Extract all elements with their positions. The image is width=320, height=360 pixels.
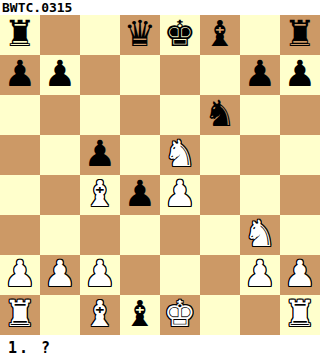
piece-black-pawn: ♟	[4, 56, 36, 92]
square-h7[interactable]: ♟	[280, 55, 320, 95]
square-d6[interactable]	[120, 95, 160, 135]
piece-white-rook: ♜	[284, 296, 316, 332]
piece-black-rook: ♜	[4, 16, 36, 52]
square-d2[interactable]	[120, 255, 160, 295]
square-a4[interactable]	[0, 175, 40, 215]
square-a5[interactable]	[0, 135, 40, 175]
square-h5[interactable]	[280, 135, 320, 175]
piece-white-pawn: ♟	[164, 176, 196, 212]
square-h1[interactable]: ♜	[280, 295, 320, 335]
square-h3[interactable]	[280, 215, 320, 255]
square-b4[interactable]	[40, 175, 80, 215]
square-a1[interactable]: ♜	[0, 295, 40, 335]
piece-black-king: ♚	[164, 16, 196, 52]
square-f4[interactable]	[200, 175, 240, 215]
problem-id: BWTC.0315	[0, 0, 320, 15]
square-f5[interactable]	[200, 135, 240, 175]
square-a6[interactable]	[0, 95, 40, 135]
piece-white-pawn: ♟	[44, 256, 76, 292]
square-f8[interactable]: ♝	[200, 15, 240, 55]
square-a2[interactable]: ♟	[0, 255, 40, 295]
square-h6[interactable]	[280, 95, 320, 135]
square-e5[interactable]: ♞	[160, 135, 200, 175]
square-f1[interactable]	[200, 295, 240, 335]
piece-white-bishop: ♝	[84, 296, 116, 332]
square-h8[interactable]: ♜	[280, 15, 320, 55]
square-b7[interactable]: ♟	[40, 55, 80, 95]
square-c6[interactable]	[80, 95, 120, 135]
square-c7[interactable]	[80, 55, 120, 95]
piece-black-bishop: ♝	[204, 16, 236, 52]
piece-black-queen: ♛	[124, 16, 156, 52]
square-b1[interactable]	[40, 295, 80, 335]
square-a3[interactable]	[0, 215, 40, 255]
square-f7[interactable]	[200, 55, 240, 95]
square-c8[interactable]	[80, 15, 120, 55]
square-g5[interactable]	[240, 135, 280, 175]
piece-white-pawn: ♟	[284, 256, 316, 292]
square-d8[interactable]: ♛	[120, 15, 160, 55]
square-e8[interactable]: ♚	[160, 15, 200, 55]
square-g7[interactable]: ♟	[240, 55, 280, 95]
square-b6[interactable]	[40, 95, 80, 135]
square-d3[interactable]	[120, 215, 160, 255]
square-f6[interactable]: ♞	[200, 95, 240, 135]
chess-problem-window: BWTC.0315 ♜♛♚♝♜♟♟♟♟♞♟♞♝♟♟♞♟♟♟♟♟♜♝♝♚♜ 1. …	[0, 0, 320, 360]
square-b5[interactable]	[40, 135, 80, 175]
square-e4[interactable]: ♟	[160, 175, 200, 215]
square-a7[interactable]: ♟	[0, 55, 40, 95]
square-d1[interactable]: ♝	[120, 295, 160, 335]
piece-black-pawn: ♟	[44, 56, 76, 92]
piece-white-pawn: ♟	[4, 256, 36, 292]
piece-black-rook: ♜	[284, 16, 316, 52]
piece-white-king: ♚	[164, 296, 196, 332]
square-e7[interactable]	[160, 55, 200, 95]
square-g4[interactable]	[240, 175, 280, 215]
piece-white-rook: ♜	[4, 296, 36, 332]
piece-black-pawn: ♟	[84, 136, 116, 172]
square-g1[interactable]	[240, 295, 280, 335]
square-c1[interactable]: ♝	[80, 295, 120, 335]
square-g2[interactable]: ♟	[240, 255, 280, 295]
square-h4[interactable]	[280, 175, 320, 215]
square-c5[interactable]: ♟	[80, 135, 120, 175]
piece-white-knight: ♞	[164, 136, 196, 172]
square-g6[interactable]	[240, 95, 280, 135]
square-e1[interactable]: ♚	[160, 295, 200, 335]
square-e3[interactable]	[160, 215, 200, 255]
square-c3[interactable]	[80, 215, 120, 255]
square-b2[interactable]: ♟	[40, 255, 80, 295]
piece-black-bishop: ♝	[124, 296, 156, 332]
square-b8[interactable]	[40, 15, 80, 55]
square-f2[interactable]	[200, 255, 240, 295]
square-a8[interactable]: ♜	[0, 15, 40, 55]
square-h2[interactable]: ♟	[280, 255, 320, 295]
piece-black-pawn: ♟	[284, 56, 316, 92]
piece-white-knight: ♞	[244, 216, 276, 252]
square-e2[interactable]	[160, 255, 200, 295]
piece-black-knight: ♞	[204, 96, 236, 132]
piece-white-bishop: ♝	[84, 176, 116, 212]
piece-white-pawn: ♟	[244, 256, 276, 292]
square-g3[interactable]: ♞	[240, 215, 280, 255]
square-d5[interactable]	[120, 135, 160, 175]
move-prompt: 1. ?	[0, 335, 320, 360]
square-c2[interactable]: ♟	[80, 255, 120, 295]
square-e6[interactable]	[160, 95, 200, 135]
piece-black-pawn: ♟	[124, 176, 156, 212]
square-f3[interactable]	[200, 215, 240, 255]
square-g8[interactable]	[240, 15, 280, 55]
piece-white-pawn: ♟	[84, 256, 116, 292]
square-c4[interactable]: ♝	[80, 175, 120, 215]
piece-black-pawn: ♟	[244, 56, 276, 92]
square-d4[interactable]: ♟	[120, 175, 160, 215]
square-d7[interactable]	[120, 55, 160, 95]
chess-board: ♜♛♚♝♜♟♟♟♟♞♟♞♝♟♟♞♟♟♟♟♟♜♝♝♚♜	[0, 15, 320, 335]
square-b3[interactable]	[40, 215, 80, 255]
